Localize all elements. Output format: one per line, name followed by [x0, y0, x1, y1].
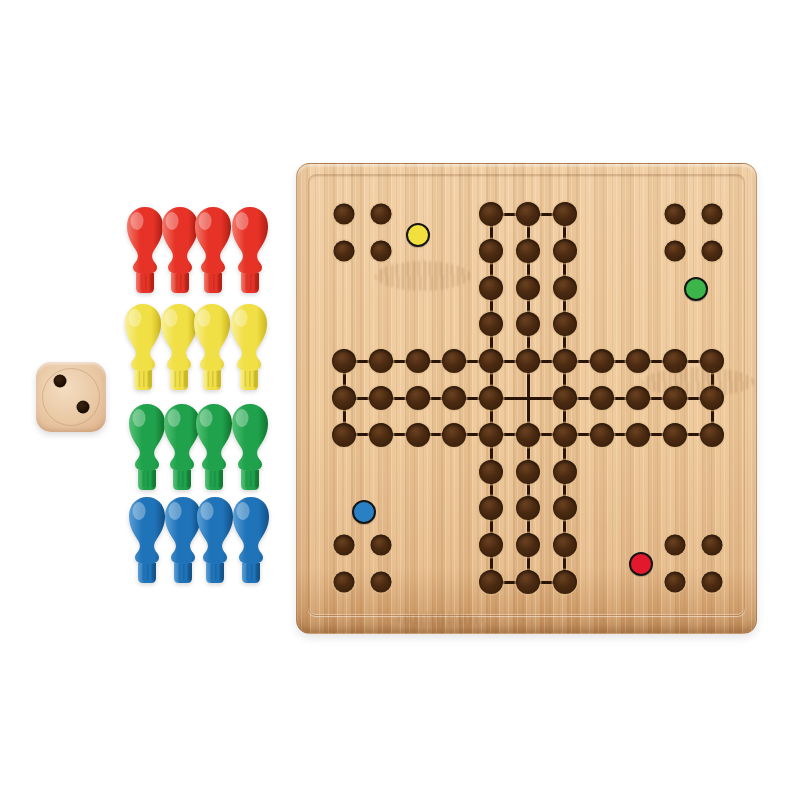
track-hole-r3c5[interactable] [479, 276, 503, 300]
track-hole-r5c9[interactable] [626, 349, 650, 373]
home-hole-r11c11[interactable] [702, 572, 723, 593]
track-hole-r2c5[interactable] [479, 239, 503, 263]
track-hole-r6c9[interactable] [626, 386, 650, 410]
track-hole-r5c3[interactable] [406, 349, 430, 373]
track-hole-r2c7[interactable] [553, 239, 577, 263]
track-hole-r1c7[interactable] [553, 202, 577, 226]
home-hole-r1c10[interactable] [665, 204, 686, 225]
track-hole-r7c4[interactable] [442, 423, 466, 447]
track-hole-r5c5[interactable] [479, 349, 503, 373]
track-hole-r11c5[interactable] [479, 570, 503, 594]
home-hole-r2c2[interactable] [370, 240, 391, 261]
wood-knot-mark [375, 261, 471, 291]
track-hole-r5c1[interactable] [332, 349, 356, 373]
track-hole-r3c7[interactable] [553, 276, 577, 300]
track-hole-r10c7[interactable] [553, 533, 577, 557]
track-hole-r4c6[interactable] [516, 312, 540, 336]
home-hole-r1c2[interactable] [370, 204, 391, 225]
track-hole-r8c5[interactable] [479, 460, 503, 484]
track-hole-r10c6[interactable] [516, 533, 540, 557]
home-hole-r11c1[interactable] [334, 572, 355, 593]
track-hole-r6c2[interactable] [369, 386, 393, 410]
die-pip [77, 401, 90, 414]
track-hole-r7c7[interactable] [553, 423, 577, 447]
track-hole-r2c6[interactable] [516, 239, 540, 263]
track-hole-r6c5[interactable] [479, 386, 503, 410]
home-hole-r2c10[interactable] [665, 240, 686, 261]
track-hole-r5c8[interactable] [590, 349, 614, 373]
track-hole-r6c8[interactable] [590, 386, 614, 410]
track-hole-r7c6[interactable] [516, 423, 540, 447]
home-hole-r10c2[interactable] [370, 535, 391, 556]
track-hole-r7c3[interactable] [406, 423, 430, 447]
home-hole-r1c1[interactable] [334, 204, 355, 225]
track-hole-r7c2[interactable] [369, 423, 393, 447]
peg-blue[interactable] [228, 496, 274, 584]
peg-green[interactable] [227, 403, 273, 491]
track-hole-r1c6[interactable] [516, 202, 540, 226]
home-hole-r10c10[interactable] [665, 535, 686, 556]
wood-knot-mark [642, 367, 754, 397]
track-hole-r5c2[interactable] [369, 349, 393, 373]
home-hole-r11c10[interactable] [665, 572, 686, 593]
wooden-die-showing-2[interactable] [36, 362, 106, 432]
peg-yellow[interactable] [226, 303, 272, 391]
track-hole-r7c11[interactable] [700, 423, 724, 447]
die-pip [54, 375, 67, 388]
track-hole-r6c1[interactable] [332, 386, 356, 410]
green-start-marker [684, 277, 708, 301]
track-hole-r8c7[interactable] [553, 460, 577, 484]
blue-start-marker [352, 500, 376, 524]
track-hole-r7c9[interactable] [626, 423, 650, 447]
ludo-board [296, 163, 757, 634]
track-hole-r1c5[interactable] [479, 202, 503, 226]
track-hole-r10c5[interactable] [479, 533, 503, 557]
ludo-game-scene [0, 0, 800, 800]
track-hole-r6c3[interactable] [406, 386, 430, 410]
track-hole-r11c7[interactable] [553, 570, 577, 594]
home-hole-r10c11[interactable] [702, 535, 723, 556]
wood-knot-mark [393, 613, 485, 626]
track-hole-r5c6[interactable] [516, 349, 540, 373]
red-start-marker [629, 552, 653, 576]
track-hole-r3c6[interactable] [516, 276, 540, 300]
track-hole-r7c1[interactable] [332, 423, 356, 447]
track-hole-r5c7[interactable] [553, 349, 577, 373]
track-hole-r11c6[interactable] [516, 570, 540, 594]
home-hole-r10c1[interactable] [334, 535, 355, 556]
home-hole-r2c1[interactable] [334, 240, 355, 261]
track-hole-r6c4[interactable] [442, 386, 466, 410]
track-hole-r7c10[interactable] [663, 423, 687, 447]
track-hole-r9c6[interactable] [516, 496, 540, 520]
track-line [527, 214, 530, 582]
track-hole-r8c6[interactable] [516, 460, 540, 484]
home-hole-r1c11[interactable] [702, 204, 723, 225]
home-hole-r11c2[interactable] [370, 572, 391, 593]
track-hole-r5c4[interactable] [442, 349, 466, 373]
track-hole-r6c7[interactable] [553, 386, 577, 410]
track-hole-r7c5[interactable] [479, 423, 503, 447]
peg-red[interactable] [227, 206, 273, 294]
track-hole-r9c7[interactable] [553, 496, 577, 520]
track-hole-r4c5[interactable] [479, 312, 503, 336]
yellow-start-marker [406, 223, 430, 247]
track-hole-r4c7[interactable] [553, 312, 577, 336]
track-hole-r7c8[interactable] [590, 423, 614, 447]
home-hole-r2c11[interactable] [702, 240, 723, 261]
track-hole-r9c5[interactable] [479, 496, 503, 520]
